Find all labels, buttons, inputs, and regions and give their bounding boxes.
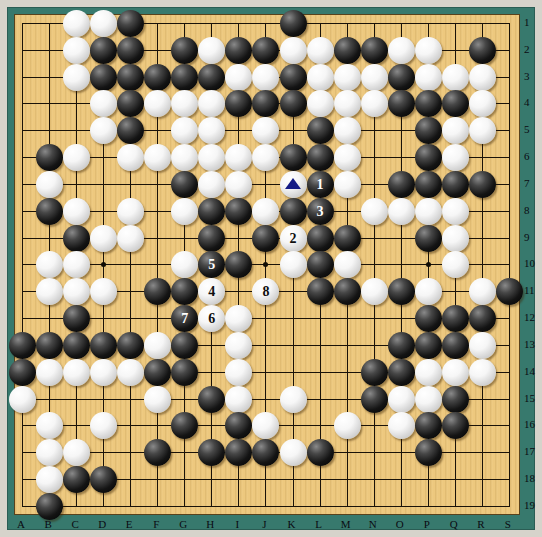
intersection-S13[interactable]	[496, 332, 523, 359]
intersection-G3[interactable]	[171, 64, 198, 91]
intersection-E16[interactable]	[117, 412, 144, 439]
intersection-H17[interactable]	[198, 439, 225, 466]
intersection-E13[interactable]	[117, 332, 144, 359]
intersection-N12[interactable]	[361, 305, 388, 332]
intersection-C13[interactable]	[63, 332, 90, 359]
intersection-R18[interactable]	[469, 466, 496, 493]
intersection-K2[interactable]	[280, 37, 307, 64]
intersection-D14[interactable]	[90, 359, 117, 386]
intersection-C16[interactable]	[63, 412, 90, 439]
intersection-S9[interactable]	[496, 225, 523, 252]
intersection-I2[interactable]	[225, 37, 252, 64]
intersection-O1[interactable]	[388, 10, 415, 37]
intersection-L13[interactable]	[307, 332, 334, 359]
intersection-D10[interactable]	[90, 251, 117, 278]
intersection-J6[interactable]	[252, 144, 279, 171]
intersection-I13[interactable]	[225, 332, 252, 359]
intersection-G10[interactable]	[171, 251, 198, 278]
intersection-B18[interactable]	[36, 466, 63, 493]
intersection-O9[interactable]	[388, 225, 415, 252]
intersection-E9[interactable]	[117, 225, 144, 252]
intersection-O8[interactable]	[388, 198, 415, 225]
intersection-E6[interactable]	[117, 144, 144, 171]
intersection-G8[interactable]	[171, 198, 198, 225]
intersection-G6[interactable]	[171, 144, 198, 171]
intersection-A17[interactable]	[9, 439, 36, 466]
intersection-D8[interactable]	[90, 198, 117, 225]
intersection-P17[interactable]	[415, 439, 442, 466]
intersection-K1[interactable]	[280, 10, 307, 37]
intersection-C7[interactable]	[63, 171, 90, 198]
intersection-B17[interactable]	[36, 439, 63, 466]
intersection-C1[interactable]	[63, 10, 90, 37]
intersection-P13[interactable]	[415, 332, 442, 359]
intersection-F16[interactable]	[144, 412, 171, 439]
intersection-A18[interactable]	[9, 466, 36, 493]
intersection-P6[interactable]	[415, 144, 442, 171]
intersection-S7[interactable]	[496, 171, 523, 198]
intersection-N13[interactable]	[361, 332, 388, 359]
intersection-G7[interactable]	[171, 171, 198, 198]
intersection-J11[interactable]: 8	[252, 278, 279, 305]
intersection-I11[interactable]	[225, 278, 252, 305]
intersection-E8[interactable]	[117, 198, 144, 225]
intersection-C14[interactable]	[63, 359, 90, 386]
intersection-K9[interactable]: 2	[280, 225, 307, 252]
intersection-B19[interactable]	[36, 493, 63, 520]
intersection-N14[interactable]	[361, 359, 388, 386]
intersection-Q14[interactable]	[442, 359, 469, 386]
intersection-L17[interactable]	[307, 439, 334, 466]
intersection-P2[interactable]	[415, 37, 442, 64]
intersection-A7[interactable]	[9, 171, 36, 198]
intersection-J10[interactable]	[252, 251, 279, 278]
intersection-O14[interactable]	[388, 359, 415, 386]
intersection-O4[interactable]	[388, 90, 415, 117]
intersection-E5[interactable]	[117, 117, 144, 144]
intersection-S1[interactable]	[496, 10, 523, 37]
intersection-H9[interactable]	[198, 225, 225, 252]
intersection-D19[interactable]	[90, 493, 117, 520]
intersection-H12[interactable]: 6	[198, 305, 225, 332]
intersection-R7[interactable]	[469, 171, 496, 198]
intersection-R11[interactable]	[469, 278, 496, 305]
intersection-E7[interactable]	[117, 171, 144, 198]
intersection-C6[interactable]	[63, 144, 90, 171]
intersection-K3[interactable]	[280, 64, 307, 91]
intersection-P7[interactable]	[415, 171, 442, 198]
intersection-I9[interactable]	[225, 225, 252, 252]
intersection-C3[interactable]	[63, 64, 90, 91]
intersection-O5[interactable]	[388, 117, 415, 144]
intersection-N6[interactable]	[361, 144, 388, 171]
intersection-D12[interactable]	[90, 305, 117, 332]
intersection-S3[interactable]	[496, 64, 523, 91]
intersection-P16[interactable]	[415, 412, 442, 439]
intersection-C12[interactable]	[63, 305, 90, 332]
intersection-L5[interactable]	[307, 117, 334, 144]
intersection-D9[interactable]	[90, 225, 117, 252]
intersection-R17[interactable]	[469, 439, 496, 466]
intersection-N9[interactable]	[361, 225, 388, 252]
intersection-R4[interactable]	[469, 90, 496, 117]
intersection-B14[interactable]	[36, 359, 63, 386]
intersection-G1[interactable]	[171, 10, 198, 37]
intersection-F6[interactable]	[144, 144, 171, 171]
intersection-O18[interactable]	[388, 466, 415, 493]
intersection-B12[interactable]	[36, 305, 63, 332]
intersection-S14[interactable]	[496, 359, 523, 386]
intersection-L18[interactable]	[307, 466, 334, 493]
intersection-M15[interactable]	[334, 386, 361, 413]
intersection-J13[interactable]	[252, 332, 279, 359]
intersection-J16[interactable]	[252, 412, 279, 439]
intersection-I5[interactable]	[225, 117, 252, 144]
intersection-E1[interactable]	[117, 10, 144, 37]
intersection-C15[interactable]	[63, 386, 90, 413]
intersection-D11[interactable]	[90, 278, 117, 305]
intersection-R10[interactable]	[469, 251, 496, 278]
intersection-G13[interactable]	[171, 332, 198, 359]
intersection-I10[interactable]	[225, 251, 252, 278]
intersection-O12[interactable]	[388, 305, 415, 332]
intersection-L14[interactable]	[307, 359, 334, 386]
intersection-H7[interactable]	[198, 171, 225, 198]
intersection-F7[interactable]	[144, 171, 171, 198]
intersection-F12[interactable]	[144, 305, 171, 332]
intersection-R9[interactable]	[469, 225, 496, 252]
intersection-L19[interactable]	[307, 493, 334, 520]
intersection-O10[interactable]	[388, 251, 415, 278]
intersection-I4[interactable]	[225, 90, 252, 117]
intersection-D2[interactable]	[90, 37, 117, 64]
intersection-E4[interactable]	[117, 90, 144, 117]
intersection-G15[interactable]	[171, 386, 198, 413]
intersection-R13[interactable]	[469, 332, 496, 359]
intersection-N19[interactable]	[361, 493, 388, 520]
intersection-K5[interactable]	[280, 117, 307, 144]
intersection-Q3[interactable]	[442, 64, 469, 91]
intersection-Q6[interactable]	[442, 144, 469, 171]
intersection-N16[interactable]	[361, 412, 388, 439]
intersection-G12[interactable]: 7	[171, 305, 198, 332]
intersection-K19[interactable]	[280, 493, 307, 520]
intersection-J8[interactable]	[252, 198, 279, 225]
intersection-O19[interactable]	[388, 493, 415, 520]
intersection-P19[interactable]	[415, 493, 442, 520]
intersection-K11[interactable]	[280, 278, 307, 305]
intersection-Q13[interactable]	[442, 332, 469, 359]
intersection-Q11[interactable]	[442, 278, 469, 305]
intersection-K13[interactable]	[280, 332, 307, 359]
intersection-F10[interactable]	[144, 251, 171, 278]
intersection-L15[interactable]	[307, 386, 334, 413]
intersection-P1[interactable]	[415, 10, 442, 37]
intersection-F19[interactable]	[144, 493, 171, 520]
intersection-A16[interactable]	[9, 412, 36, 439]
intersection-F13[interactable]	[144, 332, 171, 359]
intersection-I1[interactable]	[225, 10, 252, 37]
intersection-E11[interactable]	[117, 278, 144, 305]
intersection-M2[interactable]	[334, 37, 361, 64]
intersection-M7[interactable]	[334, 171, 361, 198]
intersection-F14[interactable]	[144, 359, 171, 386]
intersection-N5[interactable]	[361, 117, 388, 144]
intersection-D1[interactable]	[90, 10, 117, 37]
intersection-Q1[interactable]	[442, 10, 469, 37]
intersection-J7[interactable]	[252, 171, 279, 198]
intersection-G16[interactable]	[171, 412, 198, 439]
intersection-O7[interactable]	[388, 171, 415, 198]
intersection-O16[interactable]	[388, 412, 415, 439]
intersection-N7[interactable]	[361, 171, 388, 198]
intersection-M1[interactable]	[334, 10, 361, 37]
intersection-P5[interactable]	[415, 117, 442, 144]
intersection-Q18[interactable]	[442, 466, 469, 493]
intersection-B7[interactable]	[36, 171, 63, 198]
intersection-H11[interactable]: 4	[198, 278, 225, 305]
intersection-M14[interactable]	[334, 359, 361, 386]
intersection-L10[interactable]	[307, 251, 334, 278]
intersection-P10[interactable]	[415, 251, 442, 278]
intersection-R15[interactable]	[469, 386, 496, 413]
intersection-L16[interactable]	[307, 412, 334, 439]
intersection-A2[interactable]	[9, 37, 36, 64]
intersection-N3[interactable]	[361, 64, 388, 91]
intersection-F1[interactable]	[144, 10, 171, 37]
intersection-C10[interactable]	[63, 251, 90, 278]
intersection-M17[interactable]	[334, 439, 361, 466]
intersection-S8[interactable]	[496, 198, 523, 225]
intersection-D4[interactable]	[90, 90, 117, 117]
intersection-N15[interactable]	[361, 386, 388, 413]
intersection-I19[interactable]	[225, 493, 252, 520]
intersection-F3[interactable]	[144, 64, 171, 91]
intersection-A11[interactable]	[9, 278, 36, 305]
intersection-L7[interactable]: 1	[307, 171, 334, 198]
intersection-M9[interactable]	[334, 225, 361, 252]
intersection-B8[interactable]	[36, 198, 63, 225]
intersection-B4[interactable]	[36, 90, 63, 117]
intersection-L3[interactable]	[307, 64, 334, 91]
intersection-B3[interactable]	[36, 64, 63, 91]
intersection-D16[interactable]	[90, 412, 117, 439]
intersection-Q15[interactable]	[442, 386, 469, 413]
intersection-E14[interactable]	[117, 359, 144, 386]
intersection-A4[interactable]	[9, 90, 36, 117]
intersection-S10[interactable]	[496, 251, 523, 278]
intersection-N2[interactable]	[361, 37, 388, 64]
intersection-F5[interactable]	[144, 117, 171, 144]
intersection-A10[interactable]	[9, 251, 36, 278]
intersection-Q4[interactable]	[442, 90, 469, 117]
intersection-K10[interactable]	[280, 251, 307, 278]
intersection-E19[interactable]	[117, 493, 144, 520]
intersection-A15[interactable]	[9, 386, 36, 413]
intersection-B2[interactable]	[36, 37, 63, 64]
intersection-H18[interactable]	[198, 466, 225, 493]
intersection-B9[interactable]	[36, 225, 63, 252]
intersection-A6[interactable]	[9, 144, 36, 171]
intersection-F8[interactable]	[144, 198, 171, 225]
intersection-M3[interactable]	[334, 64, 361, 91]
intersection-G18[interactable]	[171, 466, 198, 493]
intersection-H2[interactable]	[198, 37, 225, 64]
intersection-J2[interactable]	[252, 37, 279, 64]
intersection-E10[interactable]	[117, 251, 144, 278]
intersection-K17[interactable]	[280, 439, 307, 466]
intersection-C17[interactable]	[63, 439, 90, 466]
intersection-M12[interactable]	[334, 305, 361, 332]
intersection-H3[interactable]	[198, 64, 225, 91]
intersection-P11[interactable]	[415, 278, 442, 305]
intersection-N10[interactable]	[361, 251, 388, 278]
intersection-M16[interactable]	[334, 412, 361, 439]
intersection-I17[interactable]	[225, 439, 252, 466]
intersection-H8[interactable]	[198, 198, 225, 225]
intersection-O2[interactable]	[388, 37, 415, 64]
intersection-J3[interactable]	[252, 64, 279, 91]
intersection-S16[interactable]	[496, 412, 523, 439]
intersection-R19[interactable]	[469, 493, 496, 520]
intersection-R14[interactable]	[469, 359, 496, 386]
intersection-H5[interactable]	[198, 117, 225, 144]
intersection-S5[interactable]	[496, 117, 523, 144]
intersection-D5[interactable]	[90, 117, 117, 144]
intersection-K8[interactable]	[280, 198, 307, 225]
intersection-Q12[interactable]	[442, 305, 469, 332]
intersection-G2[interactable]	[171, 37, 198, 64]
intersection-C11[interactable]	[63, 278, 90, 305]
intersection-R6[interactable]	[469, 144, 496, 171]
intersection-L12[interactable]	[307, 305, 334, 332]
intersection-R3[interactable]	[469, 64, 496, 91]
intersection-A19[interactable]	[9, 493, 36, 520]
intersection-A12[interactable]	[9, 305, 36, 332]
intersection-H14[interactable]	[198, 359, 225, 386]
intersection-S19[interactable]	[496, 493, 523, 520]
intersection-I18[interactable]	[225, 466, 252, 493]
intersection-P12[interactable]	[415, 305, 442, 332]
intersection-J14[interactable]	[252, 359, 279, 386]
intersection-M8[interactable]	[334, 198, 361, 225]
intersection-C8[interactable]	[63, 198, 90, 225]
intersection-A5[interactable]	[9, 117, 36, 144]
intersection-D18[interactable]	[90, 466, 117, 493]
intersection-S15[interactable]	[496, 386, 523, 413]
intersection-L1[interactable]	[307, 10, 334, 37]
intersection-J1[interactable]	[252, 10, 279, 37]
intersection-S6[interactable]	[496, 144, 523, 171]
intersection-R5[interactable]	[469, 117, 496, 144]
intersection-P15[interactable]	[415, 386, 442, 413]
intersection-C2[interactable]	[63, 37, 90, 64]
intersection-I7[interactable]	[225, 171, 252, 198]
intersection-A13[interactable]	[9, 332, 36, 359]
intersection-G17[interactable]	[171, 439, 198, 466]
intersection-K15[interactable]	[280, 386, 307, 413]
intersection-S12[interactable]	[496, 305, 523, 332]
intersection-J18[interactable]	[252, 466, 279, 493]
intersection-L9[interactable]	[307, 225, 334, 252]
intersection-B5[interactable]	[36, 117, 63, 144]
intersection-O13[interactable]	[388, 332, 415, 359]
intersection-O6[interactable]	[388, 144, 415, 171]
intersection-I12[interactable]	[225, 305, 252, 332]
intersection-H1[interactable]	[198, 10, 225, 37]
intersection-M6[interactable]	[334, 144, 361, 171]
intersection-E3[interactable]	[117, 64, 144, 91]
intersection-R2[interactable]	[469, 37, 496, 64]
intersection-K14[interactable]	[280, 359, 307, 386]
intersection-F9[interactable]	[144, 225, 171, 252]
intersection-J5[interactable]	[252, 117, 279, 144]
intersection-Q17[interactable]	[442, 439, 469, 466]
intersection-D17[interactable]	[90, 439, 117, 466]
intersection-E12[interactable]	[117, 305, 144, 332]
intersection-C19[interactable]	[63, 493, 90, 520]
intersection-G11[interactable]	[171, 278, 198, 305]
intersection-Q9[interactable]	[442, 225, 469, 252]
intersection-I3[interactable]	[225, 64, 252, 91]
intersection-Q10[interactable]	[442, 251, 469, 278]
intersection-N4[interactable]	[361, 90, 388, 117]
intersection-F2[interactable]	[144, 37, 171, 64]
intersection-L6[interactable]	[307, 144, 334, 171]
intersection-K16[interactable]	[280, 412, 307, 439]
intersection-S11[interactable]	[496, 278, 523, 305]
intersection-D15[interactable]	[90, 386, 117, 413]
intersection-Q5[interactable]	[442, 117, 469, 144]
intersection-F15[interactable]	[144, 386, 171, 413]
intersection-H13[interactable]	[198, 332, 225, 359]
intersection-D13[interactable]	[90, 332, 117, 359]
intersection-B15[interactable]	[36, 386, 63, 413]
intersection-J9[interactable]	[252, 225, 279, 252]
intersection-B11[interactable]	[36, 278, 63, 305]
intersection-H16[interactable]	[198, 412, 225, 439]
intersection-F18[interactable]	[144, 466, 171, 493]
intersection-A8[interactable]	[9, 198, 36, 225]
intersection-G4[interactable]	[171, 90, 198, 117]
intersection-J15[interactable]	[252, 386, 279, 413]
intersection-K6[interactable]	[280, 144, 307, 171]
intersection-C5[interactable]	[63, 117, 90, 144]
intersection-M10[interactable]	[334, 251, 361, 278]
intersection-P18[interactable]	[415, 466, 442, 493]
intersection-Q19[interactable]	[442, 493, 469, 520]
intersection-M19[interactable]	[334, 493, 361, 520]
intersection-A14[interactable]	[9, 359, 36, 386]
intersection-M4[interactable]	[334, 90, 361, 117]
intersection-S4[interactable]	[496, 90, 523, 117]
intersection-B1[interactable]	[36, 10, 63, 37]
intersection-R12[interactable]	[469, 305, 496, 332]
intersection-C4[interactable]	[63, 90, 90, 117]
intersection-P9[interactable]	[415, 225, 442, 252]
intersection-B16[interactable]	[36, 412, 63, 439]
intersection-G14[interactable]	[171, 359, 198, 386]
intersection-B13[interactable]	[36, 332, 63, 359]
intersection-B6[interactable]	[36, 144, 63, 171]
intersection-J4[interactable]	[252, 90, 279, 117]
intersection-L11[interactable]	[307, 278, 334, 305]
intersection-J17[interactable]	[252, 439, 279, 466]
intersection-N1[interactable]	[361, 10, 388, 37]
intersection-S18[interactable]	[496, 466, 523, 493]
intersection-H15[interactable]	[198, 386, 225, 413]
intersection-K7[interactable]	[280, 171, 307, 198]
